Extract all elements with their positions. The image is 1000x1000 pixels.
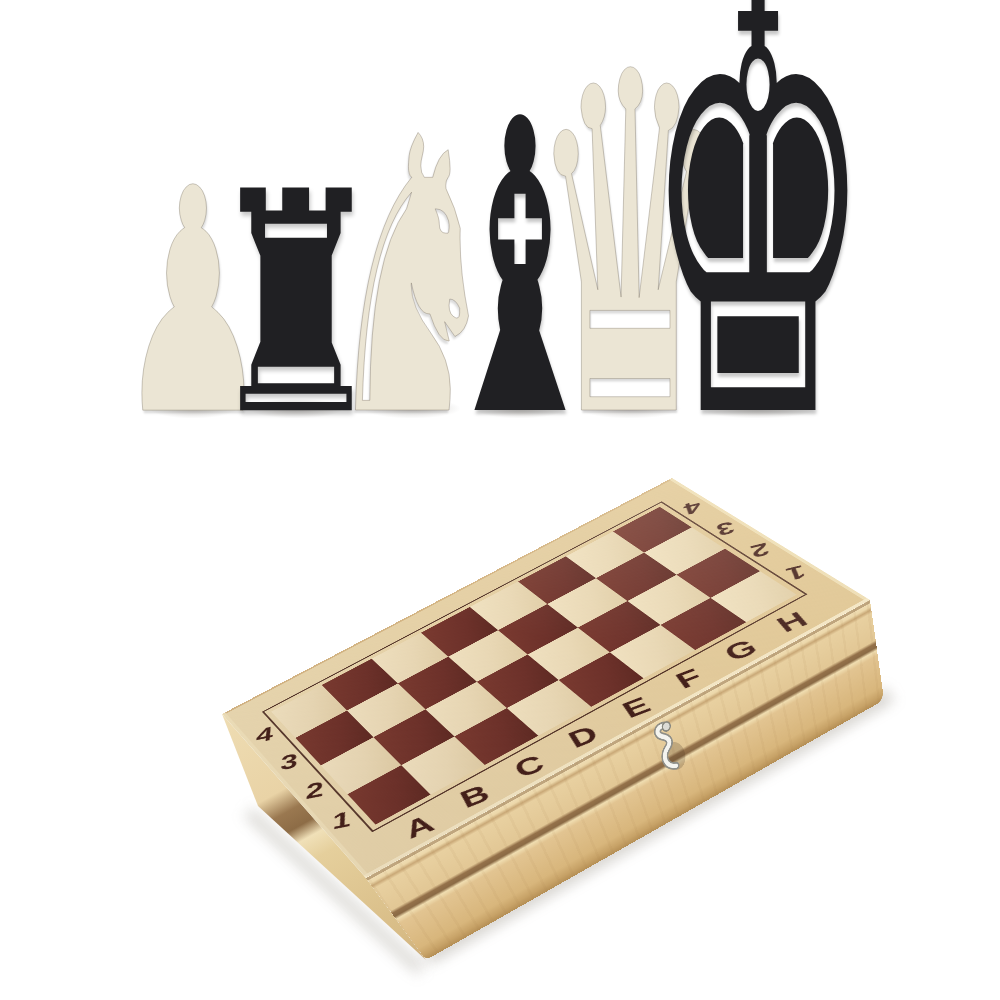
rank-label-left-1: 1 (321, 796, 363, 845)
product-photo: ♟ ♜ ♞ ♝ ♛ ♚ (0, 0, 1000, 1000)
chess-box: A B C D E F G H 4 3 2 1 4 3 2 1 (0, 0, 1000, 1000)
